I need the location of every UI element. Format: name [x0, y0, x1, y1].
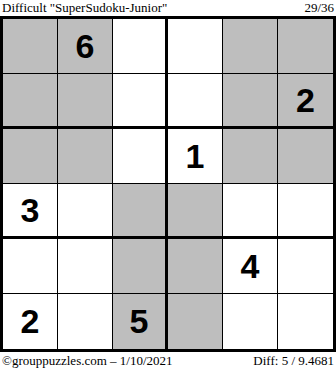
cell-r1c6[interactable]: [278, 19, 333, 74]
cell-r1c1[interactable]: [3, 19, 58, 74]
cell-r4c4[interactable]: [168, 184, 223, 239]
cell-r4c1[interactable]: 3: [3, 184, 58, 239]
cell-r3c4[interactable]: 1: [168, 129, 223, 184]
cell-r6c4[interactable]: [168, 294, 223, 349]
puzzle-header: Difficult "SuperSudoku-Junior" 29/36: [0, 0, 336, 16]
cell-r3c6[interactable]: [278, 129, 333, 184]
cell-r1c4[interactable]: [168, 19, 223, 74]
cell-r5c2[interactable]: [58, 239, 113, 294]
cell-r4c3[interactable]: [113, 184, 168, 239]
difficulty-text: Diff: 5 / 9.4681: [253, 354, 334, 368]
cell-r2c4[interactable]: [168, 74, 223, 129]
cell-r4c2[interactable]: [58, 184, 113, 239]
cell-r5c5[interactable]: 4: [223, 239, 278, 294]
cell-r1c5[interactable]: [223, 19, 278, 74]
cell-r5c4[interactable]: [168, 239, 223, 294]
puzzle-title: Difficult "SuperSudoku-Junior": [2, 1, 167, 15]
cell-r3c1[interactable]: [3, 129, 58, 184]
cell-r2c3[interactable]: [113, 74, 168, 129]
cell-r6c2[interactable]: [58, 294, 113, 349]
cell-r6c3[interactable]: 5: [113, 294, 168, 349]
cell-r3c2[interactable]: [58, 129, 113, 184]
cell-r2c2[interactable]: [58, 74, 113, 129]
cell-r2c1[interactable]: [3, 74, 58, 129]
cell-r1c3[interactable]: [113, 19, 168, 74]
cell-r5c1[interactable]: [3, 239, 58, 294]
cell-r4c5[interactable]: [223, 184, 278, 239]
remaining-counter: 29/36: [304, 1, 334, 15]
cell-r1c2[interactable]: 6: [58, 19, 113, 74]
cell-r3c5[interactable]: [223, 129, 278, 184]
cell-r4c6[interactable]: [278, 184, 333, 239]
copyright-text: ©grouppuzzles.com – 1/10/2021: [2, 354, 173, 368]
puzzle-footer: ©grouppuzzles.com – 1/10/2021 Diff: 5 / …: [0, 352, 336, 370]
cell-r2c5[interactable]: [223, 74, 278, 129]
cell-r5c6[interactable]: [278, 239, 333, 294]
cell-r3c3[interactable]: [113, 129, 168, 184]
cell-r6c6[interactable]: [278, 294, 333, 349]
cell-r2c6[interactable]: 2: [278, 74, 333, 129]
sudoku-grid: 6213425: [0, 16, 336, 352]
cell-r6c1[interactable]: 2: [3, 294, 58, 349]
cell-r6c5[interactable]: [223, 294, 278, 349]
cell-r5c3[interactable]: [113, 239, 168, 294]
